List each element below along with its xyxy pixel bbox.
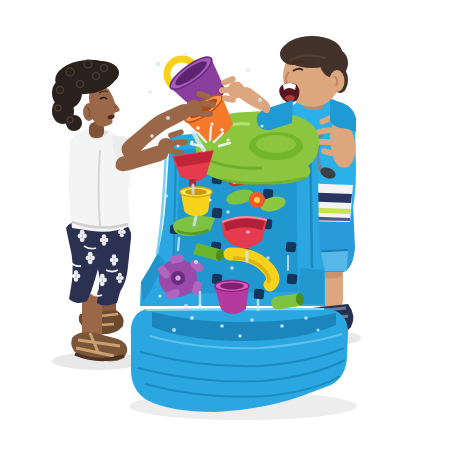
product-photo: STEP 2 [0,0,450,450]
photo-illustration: STEP 2 [0,0,450,450]
